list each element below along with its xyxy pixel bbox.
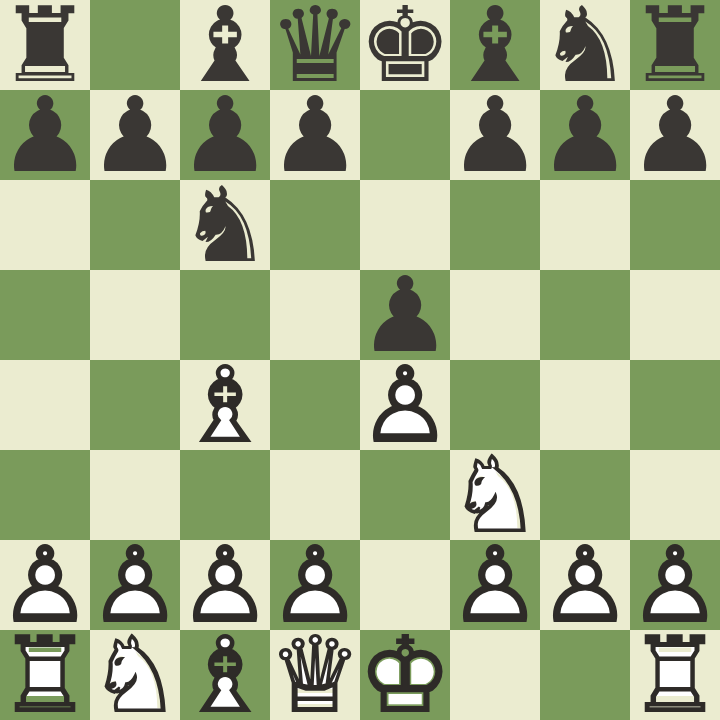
white-bishop-outline: ♗ [180, 360, 270, 450]
black-bishop[interactable]: ♝ [180, 0, 270, 90]
square-b6[interactable] [90, 180, 180, 270]
square-g4[interactable] [540, 360, 630, 450]
square-b7[interactable]: ♟ [90, 90, 180, 180]
square-e2[interactable] [360, 540, 450, 630]
square-f6[interactable] [450, 180, 540, 270]
black-bishop-glyph: ♝ [180, 0, 270, 90]
black-bishop[interactable]: ♝ [450, 0, 540, 90]
black-pawn[interactable]: ♟ [450, 90, 540, 180]
black-pawn-glyph: ♟ [0, 90, 90, 180]
white-pawn-outline: ♙ [270, 540, 360, 630]
square-d3[interactable] [270, 450, 360, 540]
white-rook[interactable]: ♜♖ [630, 630, 720, 720]
white-rook-outline: ♖ [630, 630, 720, 720]
white-king-glyph: ♚ [360, 630, 450, 720]
square-a5[interactable] [0, 270, 90, 360]
square-f3[interactable]: ♞♘ [450, 450, 540, 540]
square-e4[interactable]: ♟♙ [360, 360, 450, 450]
chess-board: ♜♝♛♚♝♞♜♟♟♟♟♟♟♟♞♟♝♗♟♙♞♘♟♙♟♙♟♙♟♙♟♙♟♙♟♙♜♖♞♘… [0, 0, 720, 720]
square-h6[interactable] [630, 180, 720, 270]
black-king[interactable]: ♚ [360, 0, 450, 90]
white-queen[interactable]: ♛♕ [270, 630, 360, 720]
white-bishop[interactable]: ♝♗ [180, 630, 270, 720]
black-pawn[interactable]: ♟ [540, 90, 630, 180]
white-queen-outline: ♕ [270, 630, 360, 720]
square-f8[interactable]: ♝ [450, 0, 540, 90]
white-king[interactable]: ♚♔ [360, 630, 450, 720]
square-a8[interactable]: ♜ [0, 0, 90, 90]
white-knight-outline: ♘ [90, 630, 180, 720]
square-a6[interactable] [0, 180, 90, 270]
square-e6[interactable] [360, 180, 450, 270]
square-e3[interactable] [360, 450, 450, 540]
white-pawn[interactable]: ♟♙ [360, 360, 450, 450]
white-pawn-glyph: ♟ [450, 540, 540, 630]
white-knight-glyph: ♞ [450, 450, 540, 540]
black-knight-glyph: ♞ [540, 0, 630, 90]
square-e5[interactable]: ♟ [360, 270, 450, 360]
white-pawn-outline: ♙ [540, 540, 630, 630]
square-a3[interactable] [0, 450, 90, 540]
white-rook[interactable]: ♜♖ [0, 630, 90, 720]
white-knight-glyph: ♞ [90, 630, 180, 720]
square-h5[interactable] [630, 270, 720, 360]
square-f4[interactable] [450, 360, 540, 450]
white-bishop[interactable]: ♝♗ [180, 360, 270, 450]
white-pawn-outline: ♙ [360, 360, 450, 450]
square-f2[interactable]: ♟♙ [450, 540, 540, 630]
white-pawn-outline: ♙ [180, 540, 270, 630]
square-a2[interactable]: ♟♙ [0, 540, 90, 630]
square-h3[interactable] [630, 450, 720, 540]
white-rook-outline: ♖ [0, 630, 90, 720]
black-rook-glyph: ♜ [0, 0, 90, 90]
black-rook[interactable]: ♜ [630, 0, 720, 90]
black-pawn[interactable]: ♟ [0, 90, 90, 180]
square-a4[interactable] [0, 360, 90, 450]
white-pawn[interactable]: ♟♙ [450, 540, 540, 630]
square-d5[interactable] [270, 270, 360, 360]
black-pawn[interactable]: ♟ [360, 270, 450, 360]
black-pawn[interactable]: ♟ [270, 90, 360, 180]
square-e1[interactable]: ♚♔ [360, 630, 450, 720]
white-bishop-glyph: ♝ [180, 630, 270, 720]
square-b2[interactable]: ♟♙ [90, 540, 180, 630]
square-c4[interactable]: ♝♗ [180, 360, 270, 450]
square-g5[interactable] [540, 270, 630, 360]
white-pawn-glyph: ♟ [630, 540, 720, 630]
square-c8[interactable]: ♝ [180, 0, 270, 90]
square-e7[interactable] [360, 90, 450, 180]
black-pawn-glyph: ♟ [630, 90, 720, 180]
white-pawn-outline: ♙ [0, 540, 90, 630]
white-queen-glyph: ♛ [270, 630, 360, 720]
square-d2[interactable]: ♟♙ [270, 540, 360, 630]
white-rook-glyph: ♜ [630, 630, 720, 720]
square-b1[interactable]: ♞♘ [90, 630, 180, 720]
black-knight-glyph: ♞ [180, 180, 270, 270]
square-c2[interactable]: ♟♙ [180, 540, 270, 630]
white-pawn[interactable]: ♟♙ [630, 540, 720, 630]
square-c1[interactable]: ♝♗ [180, 630, 270, 720]
square-h7[interactable]: ♟ [630, 90, 720, 180]
square-b3[interactable] [90, 450, 180, 540]
black-rook[interactable]: ♜ [0, 0, 90, 90]
white-pawn[interactable]: ♟♙ [270, 540, 360, 630]
white-pawn-glyph: ♟ [90, 540, 180, 630]
black-queen-glyph: ♛ [270, 0, 360, 90]
black-pawn-glyph: ♟ [360, 270, 450, 360]
white-pawn[interactable]: ♟♙ [0, 540, 90, 630]
square-f7[interactable]: ♟ [450, 90, 540, 180]
black-pawn[interactable]: ♟ [180, 90, 270, 180]
black-pawn[interactable]: ♟ [90, 90, 180, 180]
square-a7[interactable]: ♟ [0, 90, 90, 180]
square-c6[interactable]: ♞ [180, 180, 270, 270]
square-d6[interactable] [270, 180, 360, 270]
square-f1[interactable] [450, 630, 540, 720]
black-knight[interactable]: ♞ [180, 180, 270, 270]
white-pawn-glyph: ♟ [540, 540, 630, 630]
square-g8[interactable]: ♞ [540, 0, 630, 90]
white-bishop-glyph: ♝ [180, 360, 270, 450]
black-pawn-glyph: ♟ [90, 90, 180, 180]
black-bishop-glyph: ♝ [450, 0, 540, 90]
square-g3[interactable] [540, 450, 630, 540]
square-d8[interactable]: ♛ [270, 0, 360, 90]
square-c3[interactable] [180, 450, 270, 540]
white-bishop-outline: ♗ [180, 630, 270, 720]
square-d4[interactable] [270, 360, 360, 450]
square-h4[interactable] [630, 360, 720, 450]
black-pawn-glyph: ♟ [270, 90, 360, 180]
square-e8[interactable]: ♚ [360, 0, 450, 90]
black-pawn-glyph: ♟ [450, 90, 540, 180]
white-pawn-glyph: ♟ [0, 540, 90, 630]
square-c5[interactable] [180, 270, 270, 360]
square-a1[interactable]: ♜♖ [0, 630, 90, 720]
black-knight[interactable]: ♞ [540, 0, 630, 90]
white-pawn[interactable]: ♟♙ [90, 540, 180, 630]
white-knight-outline: ♘ [450, 450, 540, 540]
square-g1[interactable] [540, 630, 630, 720]
white-pawn[interactable]: ♟♙ [540, 540, 630, 630]
square-b4[interactable] [90, 360, 180, 450]
square-h8[interactable]: ♜ [630, 0, 720, 90]
white-knight[interactable]: ♞♘ [90, 630, 180, 720]
square-g7[interactable]: ♟ [540, 90, 630, 180]
black-rook-glyph: ♜ [630, 0, 720, 90]
black-pawn-glyph: ♟ [540, 90, 630, 180]
square-b5[interactable] [90, 270, 180, 360]
square-d1[interactable]: ♛♕ [270, 630, 360, 720]
square-h1[interactable]: ♜♖ [630, 630, 720, 720]
black-pawn-glyph: ♟ [180, 90, 270, 180]
white-pawn-outline: ♙ [630, 540, 720, 630]
square-g2[interactable]: ♟♙ [540, 540, 630, 630]
white-rook-glyph: ♜ [0, 630, 90, 720]
white-pawn-glyph: ♟ [270, 540, 360, 630]
white-pawn-glyph: ♟ [360, 360, 450, 450]
square-c7[interactable]: ♟ [180, 90, 270, 180]
square-f5[interactable] [450, 270, 540, 360]
white-king-outline: ♔ [360, 630, 450, 720]
square-g6[interactable] [540, 180, 630, 270]
black-king-glyph: ♚ [360, 0, 450, 90]
white-pawn[interactable]: ♟♙ [180, 540, 270, 630]
white-pawn-outline: ♙ [450, 540, 540, 630]
white-pawn-glyph: ♟ [180, 540, 270, 630]
white-pawn-outline: ♙ [90, 540, 180, 630]
black-pawn[interactable]: ♟ [630, 90, 720, 180]
white-knight[interactable]: ♞♘ [450, 450, 540, 540]
square-b8[interactable] [90, 0, 180, 90]
square-h2[interactable]: ♟♙ [630, 540, 720, 630]
black-queen[interactable]: ♛ [270, 0, 360, 90]
square-d7[interactable]: ♟ [270, 90, 360, 180]
